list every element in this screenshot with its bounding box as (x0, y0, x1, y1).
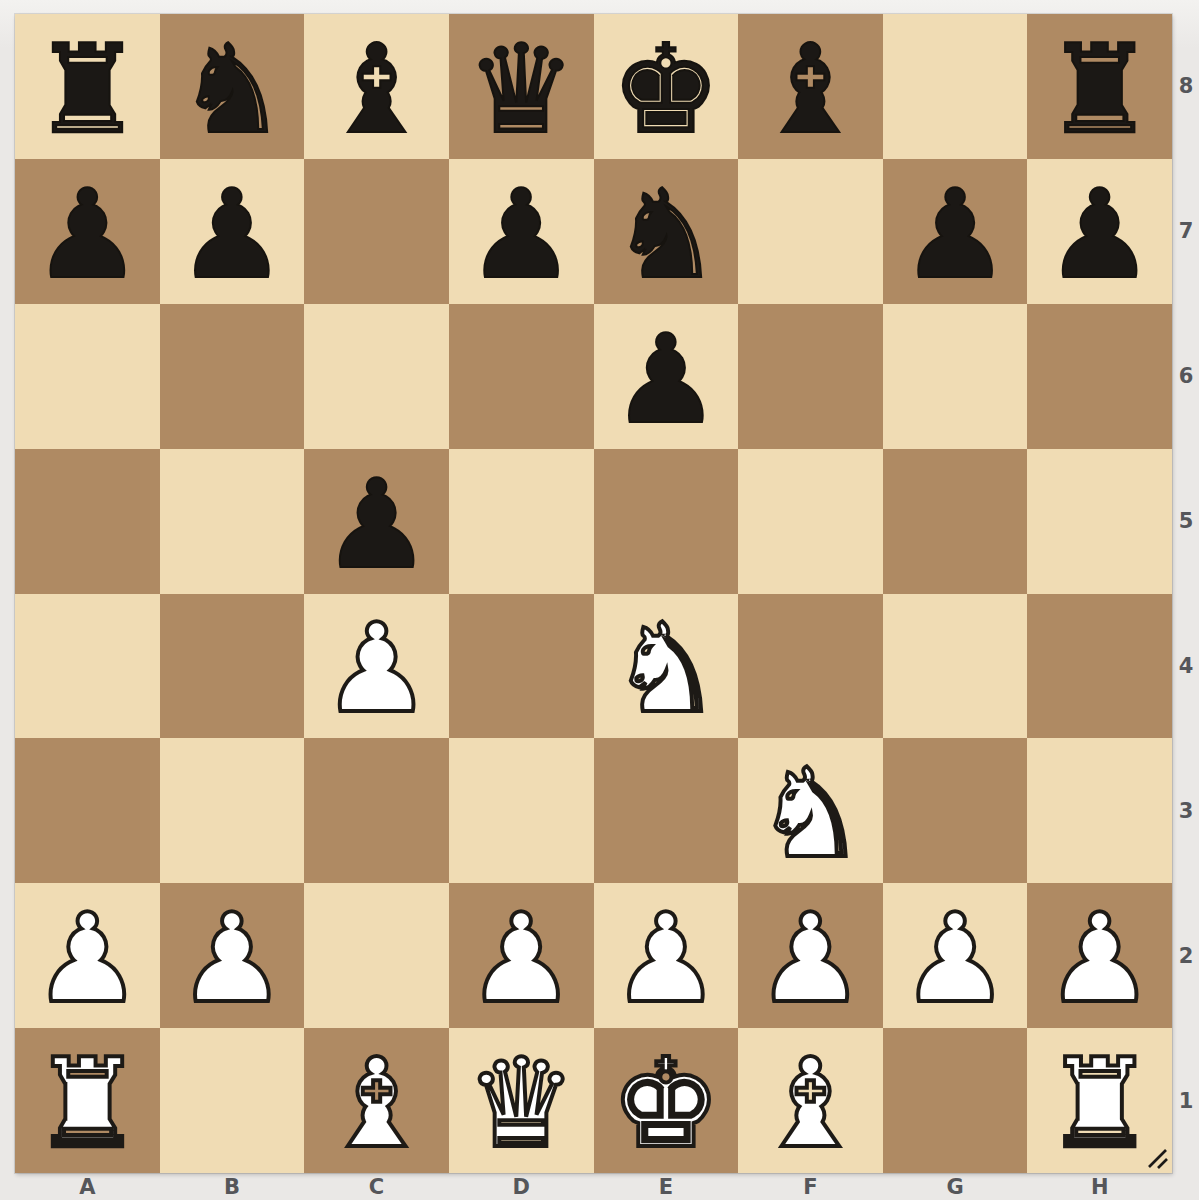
square-d7[interactable]: ♟ (449, 159, 594, 304)
square-g7[interactable]: ♟ (883, 159, 1028, 304)
rank-label-6: 6 (1173, 304, 1199, 449)
square-h8[interactable]: ♜ (1027, 14, 1172, 159)
white-king[interactable]: ♚ (611, 1042, 721, 1165)
black-pawn[interactable]: ♟ (32, 173, 142, 296)
square-a7[interactable]: ♟ (15, 159, 160, 304)
file-label-c: C (304, 1173, 449, 1200)
square-c2[interactable] (304, 883, 449, 1028)
white-pawn[interactable]: ♟ (177, 897, 287, 1020)
black-pawn[interactable]: ♟ (177, 173, 287, 296)
square-d8[interactable]: ♛ (449, 14, 594, 159)
square-e6[interactable]: ♟ (594, 304, 739, 449)
white-rook[interactable]: ♜ (1045, 1042, 1155, 1165)
file-label-f: F (738, 1173, 883, 1200)
square-b4[interactable] (160, 594, 305, 739)
black-rook[interactable]: ♜ (1045, 28, 1155, 151)
rank-label-3: 3 (1173, 738, 1199, 883)
square-c4[interactable]: ♟ (304, 594, 449, 739)
square-g6[interactable] (883, 304, 1028, 449)
file-label-d: D (449, 1173, 594, 1200)
black-rook[interactable]: ♜ (32, 28, 142, 151)
black-bishop[interactable]: ♝ (321, 28, 431, 151)
square-e5[interactable] (594, 449, 739, 594)
chess-board: ♜♞♝♛♚♝♜♟♟♟♞♟♟♟♟♟♞♞♟♟♟♟♟♟♟♜♝♛♚♝♜ (15, 14, 1172, 1173)
square-g1[interactable] (883, 1028, 1028, 1173)
white-pawn[interactable]: ♟ (900, 897, 1010, 1020)
file-label-g: G (883, 1173, 1028, 1200)
white-pawn[interactable]: ♟ (755, 897, 865, 1020)
square-c8[interactable]: ♝ (304, 14, 449, 159)
square-f6[interactable] (738, 304, 883, 449)
square-d2[interactable]: ♟ (449, 883, 594, 1028)
square-e7[interactable]: ♞ (594, 159, 739, 304)
square-b5[interactable] (160, 449, 305, 594)
file-label-e: E (594, 1173, 739, 1200)
white-pawn[interactable]: ♟ (1045, 897, 1155, 1020)
square-d6[interactable] (449, 304, 594, 449)
square-g3[interactable] (883, 738, 1028, 883)
square-a4[interactable] (15, 594, 160, 739)
white-knight[interactable]: ♞ (611, 607, 721, 730)
square-a6[interactable] (15, 304, 160, 449)
black-knight[interactable]: ♞ (611, 173, 721, 296)
black-pawn[interactable]: ♟ (900, 173, 1010, 296)
rank-label-2: 2 (1173, 883, 1199, 1028)
black-pawn[interactable]: ♟ (321, 463, 431, 586)
square-f8[interactable]: ♝ (738, 14, 883, 159)
rank-label-4: 4 (1173, 594, 1199, 739)
white-pawn[interactable]: ♟ (32, 897, 142, 1020)
white-queen[interactable]: ♛ (466, 1042, 576, 1165)
black-knight[interactable]: ♞ (177, 28, 287, 151)
square-a3[interactable] (15, 738, 160, 883)
file-label-b: B (160, 1173, 305, 1200)
square-c6[interactable] (304, 304, 449, 449)
square-e8[interactable]: ♚ (594, 14, 739, 159)
square-h2[interactable]: ♟ (1027, 883, 1172, 1028)
white-pawn[interactable]: ♟ (321, 607, 431, 730)
white-bishop[interactable]: ♝ (321, 1042, 431, 1165)
square-c1[interactable]: ♝ (304, 1028, 449, 1173)
square-h7[interactable]: ♟ (1027, 159, 1172, 304)
square-g4[interactable] (883, 594, 1028, 739)
white-pawn[interactable]: ♟ (611, 897, 721, 1020)
square-b3[interactable] (160, 738, 305, 883)
black-pawn[interactable]: ♟ (466, 173, 576, 296)
file-labels: ABCDEFGH (15, 1173, 1172, 1200)
square-f7[interactable] (738, 159, 883, 304)
square-e3[interactable] (594, 738, 739, 883)
square-b2[interactable]: ♟ (160, 883, 305, 1028)
square-b1[interactable] (160, 1028, 305, 1173)
square-f5[interactable] (738, 449, 883, 594)
square-e2[interactable]: ♟ (594, 883, 739, 1028)
square-h3[interactable] (1027, 738, 1172, 883)
resize-handle-icon[interactable] (1145, 1146, 1169, 1170)
square-c3[interactable] (304, 738, 449, 883)
square-a1[interactable]: ♜ (15, 1028, 160, 1173)
square-g8[interactable] (883, 14, 1028, 159)
square-h4[interactable] (1027, 594, 1172, 739)
square-c5[interactable]: ♟ (304, 449, 449, 594)
square-b6[interactable] (160, 304, 305, 449)
file-label-h: H (1027, 1173, 1172, 1200)
square-b7[interactable]: ♟ (160, 159, 305, 304)
white-knight[interactable]: ♞ (755, 752, 865, 875)
square-d3[interactable] (449, 738, 594, 883)
black-queen[interactable]: ♛ (466, 28, 576, 151)
rank-label-7: 7 (1173, 159, 1199, 304)
square-e4[interactable]: ♞ (594, 594, 739, 739)
rank-label-5: 5 (1173, 449, 1199, 594)
rank-labels: 87654321 (1173, 14, 1199, 1173)
square-d1[interactable]: ♛ (449, 1028, 594, 1173)
square-h5[interactable] (1027, 449, 1172, 594)
square-d4[interactable] (449, 594, 594, 739)
square-f2[interactable]: ♟ (738, 883, 883, 1028)
black-king[interactable]: ♚ (611, 28, 721, 151)
square-h6[interactable] (1027, 304, 1172, 449)
square-e1[interactable]: ♚ (594, 1028, 739, 1173)
chess-app: ♜♞♝♛♚♝♜♟♟♟♞♟♟♟♟♟♞♞♟♟♟♟♟♟♟♜♝♛♚♝♜ 87654321… (0, 0, 1199, 1200)
square-a2[interactable]: ♟ (15, 883, 160, 1028)
white-rook[interactable]: ♜ (32, 1042, 142, 1165)
square-d5[interactable] (449, 449, 594, 594)
black-pawn[interactable]: ♟ (611, 318, 721, 441)
square-a8[interactable]: ♜ (15, 14, 160, 159)
file-label-a: A (15, 1173, 160, 1200)
square-g2[interactable]: ♟ (883, 883, 1028, 1028)
square-f3[interactable]: ♞ (738, 738, 883, 883)
square-f1[interactable]: ♝ (738, 1028, 883, 1173)
square-g5[interactable] (883, 449, 1028, 594)
rank-label-1: 1 (1173, 1028, 1199, 1173)
white-pawn[interactable]: ♟ (466, 897, 576, 1020)
black-bishop[interactable]: ♝ (755, 28, 865, 151)
black-pawn[interactable]: ♟ (1045, 173, 1155, 296)
square-f4[interactable] (738, 594, 883, 739)
white-bishop[interactable]: ♝ (755, 1042, 865, 1165)
rank-label-8: 8 (1173, 14, 1199, 159)
square-a5[interactable] (15, 449, 160, 594)
square-c7[interactable] (304, 159, 449, 304)
square-b8[interactable]: ♞ (160, 14, 305, 159)
